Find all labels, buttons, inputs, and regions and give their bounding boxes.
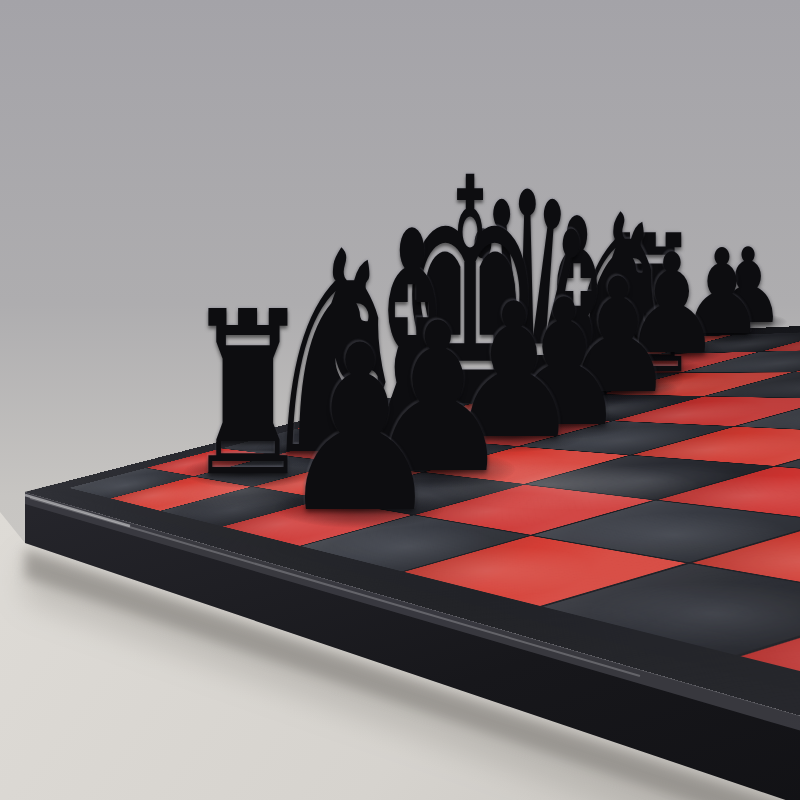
piece-black-pawn-h7: ♟ [278,315,443,544]
chess-photo-scene: ♜♞♝♚♛♝♞♜♟♟♟♟♟♟♟♟ [0,0,800,800]
